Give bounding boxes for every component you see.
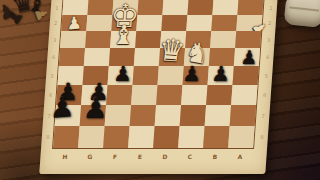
square-d7[interactable] (155, 105, 181, 126)
square-e8[interactable] (128, 126, 155, 148)
square-c6[interactable] (181, 85, 207, 105)
square-b7[interactable] (205, 105, 231, 126)
square-e2[interactable] (136, 15, 162, 31)
square-e7[interactable] (130, 105, 156, 126)
square-h3[interactable] (60, 31, 86, 48)
square-h4[interactable] (59, 48, 85, 66)
square-g4[interactable] (84, 48, 110, 66)
square-c5[interactable]: ♟ (182, 66, 208, 85)
file-label-h: H (52, 150, 78, 162)
square-d5[interactable] (157, 66, 183, 85)
square-a4[interactable]: ♟ (234, 48, 260, 66)
file-label-c: C (177, 150, 203, 162)
board-squares: ♟♚♟♝♛♞♟♟♟♟♟♟♟♟ (53, 0, 263, 148)
black-pawn-f5[interactable]: ♟ (113, 64, 133, 85)
chess-board: HGFEDCBA 12345678 12345678 ♟♚♟♝♛♞♟♟♟♟♟♟♟… (39, 0, 278, 174)
file-label-a: A (227, 150, 253, 162)
square-a2[interactable]: ♟ (236, 15, 262, 31)
table-object-roll (284, 0, 320, 28)
black-pawn-c5[interactable]: ♟ (182, 64, 202, 85)
square-b3[interactable] (210, 31, 236, 48)
square-c8[interactable] (178, 126, 205, 148)
black-pawn-b5[interactable]: ♟ (211, 64, 231, 85)
square-g3[interactable] (85, 31, 111, 48)
square-b6[interactable] (206, 85, 232, 105)
white-bishop-f3[interactable]: ♝ (111, 22, 136, 48)
rank-label-7: 7 (257, 105, 270, 126)
square-e5[interactable] (132, 66, 158, 85)
square-d2[interactable] (161, 15, 187, 31)
rank-label-1: 1 (50, 0, 63, 15)
square-g1[interactable] (87, 0, 113, 15)
square-h2[interactable]: ♟ (61, 15, 87, 31)
black-pawn-a4[interactable]: ♟ (240, 48, 258, 67)
square-d6[interactable] (156, 85, 182, 105)
black-pawn-h7[interactable]: ♟ (49, 93, 74, 123)
file-labels-bottom: HGFEDCBA (52, 150, 253, 162)
square-c1[interactable] (187, 0, 213, 15)
white-pawn-h2[interactable]: ♟ (66, 14, 82, 33)
square-f6[interactable] (106, 85, 132, 105)
square-e3[interactable] (135, 31, 161, 48)
square-h7[interactable]: ♟ (55, 105, 81, 126)
chessboard-photo: ♛♟♝♟♟ HGFEDCBA 12345678 12345678 ♟♚♟♝♛♞♟… (0, 0, 320, 180)
square-h8[interactable] (53, 126, 80, 148)
square-a7[interactable] (230, 105, 256, 126)
file-label-d: D (152, 150, 178, 162)
square-e6[interactable] (131, 85, 157, 105)
rank-label-5: 5 (259, 66, 272, 85)
square-a5[interactable] (232, 66, 258, 85)
rank-label-3: 3 (262, 31, 275, 48)
file-label-b: B (202, 150, 228, 162)
square-d8[interactable] (153, 126, 180, 148)
square-b1[interactable] (212, 0, 238, 15)
square-a6[interactable] (231, 85, 257, 105)
square-a8[interactable] (228, 126, 255, 148)
file-label-f: F (102, 150, 128, 162)
file-label-e: E (127, 150, 153, 162)
roll-crease (289, 6, 319, 11)
square-b5[interactable]: ♟ (207, 66, 233, 85)
file-label-g: G (77, 150, 103, 162)
rank-label-8: 8 (255, 126, 269, 148)
rank-label-6: 6 (258, 85, 271, 105)
square-b8[interactable] (203, 126, 230, 148)
square-g7[interactable]: ♟ (80, 105, 106, 126)
square-f8[interactable] (103, 126, 130, 148)
square-f7[interactable] (105, 105, 131, 126)
square-c2[interactable] (186, 15, 212, 31)
square-a1[interactable] (237, 0, 263, 15)
square-g2[interactable] (86, 15, 112, 31)
square-g8[interactable] (78, 126, 105, 148)
square-f5[interactable]: ♟ (107, 66, 133, 85)
square-d1[interactable] (162, 0, 188, 15)
square-f3[interactable]: ♝ (110, 31, 136, 48)
square-e1[interactable] (137, 0, 163, 15)
rank-label-1: 1 (264, 0, 277, 15)
rank-label-4: 4 (261, 48, 274, 66)
square-c7[interactable] (180, 105, 206, 126)
square-b2[interactable] (211, 15, 237, 31)
square-d4[interactable]: ♛ (159, 48, 185, 66)
